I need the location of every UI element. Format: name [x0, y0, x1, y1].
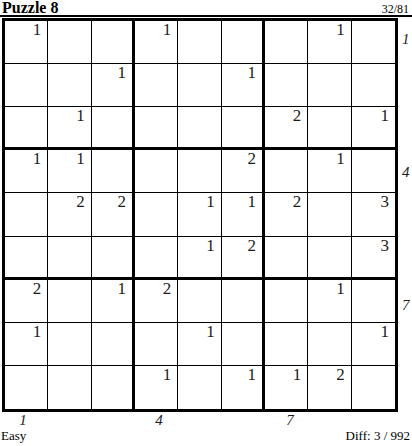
- cell-r2c6[interactable]: 1: [222, 64, 265, 107]
- cell-r3c1[interactable]: [5, 107, 48, 150]
- cell-r8c9[interactable]: 1: [352, 323, 395, 366]
- cell-digit: 2: [247, 150, 256, 167]
- col-label-1: 1: [19, 413, 27, 428]
- cell-digit: 1: [33, 323, 42, 340]
- cell-r1c6[interactable]: [222, 21, 265, 64]
- cell-digit: 2: [293, 107, 302, 124]
- cell-r1c1[interactable]: 1: [5, 21, 48, 64]
- cell-digit: 2: [163, 280, 172, 297]
- cell-r4c7[interactable]: [265, 150, 308, 193]
- cell-r5c9[interactable]: 3: [352, 193, 395, 236]
- cell-r5c5[interactable]: 1: [178, 193, 221, 236]
- difficulty-label: Easy: [1, 428, 26, 444]
- cell-r9c7[interactable]: 1: [265, 366, 308, 409]
- diff-stat: Diff: 3 / 992: [346, 428, 410, 444]
- cell-r7c9[interactable]: [352, 280, 395, 323]
- cell-r8c3[interactable]: [92, 323, 135, 366]
- cell-digit: 1: [336, 150, 345, 167]
- cell-digit: 2: [336, 366, 345, 383]
- cell-r7c4[interactable]: 2: [135, 280, 178, 323]
- cell-r6c6[interactable]: 2: [222, 237, 265, 280]
- cell-r3c8[interactable]: [308, 107, 351, 150]
- cell-digit: 1: [247, 193, 256, 210]
- cell-r8c2[interactable]: [48, 323, 91, 366]
- cell-r1c2[interactable]: [48, 21, 91, 64]
- cell-r3c9[interactable]: 1: [352, 107, 395, 150]
- cell-r9c4[interactable]: 1: [135, 366, 178, 409]
- cell-r7c7[interactable]: [265, 280, 308, 323]
- cell-r1c4[interactable]: 1: [135, 21, 178, 64]
- cell-r5c8[interactable]: [308, 193, 351, 236]
- cell-digit: 1: [380, 107, 389, 124]
- cell-r2c7[interactable]: [265, 64, 308, 107]
- cell-r7c8[interactable]: 1: [308, 280, 351, 323]
- cell-r4c3[interactable]: [92, 150, 135, 193]
- cell-r3c2[interactable]: 1: [48, 107, 91, 150]
- cell-digit: 1: [293, 366, 302, 383]
- cell-digit: 1: [336, 280, 345, 297]
- cell-r1c9[interactable]: [352, 21, 395, 64]
- cell-r8c8[interactable]: [308, 323, 351, 366]
- cell-r8c4[interactable]: [135, 323, 178, 366]
- cell-r8c6[interactable]: [222, 323, 265, 366]
- cell-r6c9[interactable]: 3: [352, 237, 395, 280]
- cell-digit: 1: [163, 21, 172, 38]
- row-label-7: 7: [402, 298, 410, 313]
- cell-r3c4[interactable]: [135, 107, 178, 150]
- col-label-7: 7: [286, 413, 294, 428]
- cell-r9c9[interactable]: [352, 366, 395, 409]
- cell-r2c5[interactable]: [178, 64, 221, 107]
- cell-digit: 1: [33, 150, 42, 167]
- cell-digit: 2: [293, 193, 302, 210]
- cell-digit: 2: [76, 193, 85, 210]
- cell-r7c5[interactable]: [178, 280, 221, 323]
- cell-r3c6[interactable]: [222, 107, 265, 150]
- cell-r5c4[interactable]: [135, 193, 178, 236]
- cell-digit: 1: [247, 64, 256, 81]
- cell-r7c1[interactable]: 2: [5, 280, 48, 323]
- cell-r1c7[interactable]: [265, 21, 308, 64]
- cell-r5c3[interactable]: 2: [92, 193, 135, 236]
- cell-r2c8[interactable]: [308, 64, 351, 107]
- cell-r8c1[interactable]: 1: [5, 323, 48, 366]
- cell-digit: 3: [380, 237, 389, 254]
- cell-digit: 1: [380, 323, 389, 340]
- cell-digit: 1: [117, 64, 126, 81]
- cell-digit: 2: [247, 237, 256, 254]
- cell-r6c8[interactable]: [308, 237, 351, 280]
- cell-digit: 2: [33, 280, 42, 297]
- cell-r5c2[interactable]: 2: [48, 193, 91, 236]
- cell-digit: 1: [206, 323, 215, 340]
- col-label-4: 4: [155, 413, 163, 428]
- cell-r5c1[interactable]: [5, 193, 48, 236]
- cell-r3c5[interactable]: [178, 107, 221, 150]
- cell-r4c2[interactable]: 1: [48, 150, 91, 193]
- cell-r9c3[interactable]: [92, 366, 135, 409]
- cell-r6c4[interactable]: [135, 237, 178, 280]
- cell-r9c6[interactable]: 1: [222, 366, 265, 409]
- cell-r1c8[interactable]: 1: [308, 21, 351, 64]
- cell-r4c6[interactable]: 2: [222, 150, 265, 193]
- cell-r6c7[interactable]: [265, 237, 308, 280]
- cell-r6c3[interactable]: [92, 237, 135, 280]
- cell-r4c8[interactable]: 1: [308, 150, 351, 193]
- cell-r1c5[interactable]: [178, 21, 221, 64]
- cell-digit: 2: [117, 193, 126, 210]
- cell-r9c1[interactable]: [5, 366, 48, 409]
- cell-r7c2[interactable]: [48, 280, 91, 323]
- cell-r5c7[interactable]: 2: [265, 193, 308, 236]
- cell-r3c7[interactable]: 2: [265, 107, 308, 150]
- cell-digit: 1: [206, 237, 215, 254]
- cell-r2c1[interactable]: [5, 64, 48, 107]
- cell-r5c6[interactable]: 1: [222, 193, 265, 236]
- cell-r9c2[interactable]: [48, 366, 91, 409]
- cell-r4c5[interactable]: [178, 150, 221, 193]
- cell-r8c5[interactable]: 1: [178, 323, 221, 366]
- cell-digit: 3: [380, 193, 389, 210]
- cell-r6c1[interactable]: [5, 237, 48, 280]
- title-rule: [0, 15, 412, 17]
- cell-digit: 1: [117, 280, 126, 297]
- cell-r7c3[interactable]: 1: [92, 280, 135, 323]
- cell-r4c4[interactable]: [135, 150, 178, 193]
- cell-r6c5[interactable]: 1: [178, 237, 221, 280]
- cell-r9c8[interactable]: 2: [308, 366, 351, 409]
- cell-r9c5[interactable]: [178, 366, 221, 409]
- cell-r3c3[interactable]: [92, 107, 135, 150]
- cell-digit: 1: [33, 21, 42, 38]
- cell-r1c3[interactable]: [92, 21, 135, 64]
- cell-digit: 1: [76, 107, 85, 124]
- cell-r8c7[interactable]: [265, 323, 308, 366]
- cell-r7c6[interactable]: [222, 280, 265, 323]
- cell-digit: 1: [206, 193, 215, 210]
- cell-r2c9[interactable]: [352, 64, 395, 107]
- cell-r2c3[interactable]: 1: [92, 64, 135, 107]
- puzzle-grid: 11111121112122112312321211111112: [2, 18, 398, 412]
- cell-r4c9[interactable]: [352, 150, 395, 193]
- cell-digit: 1: [163, 366, 172, 383]
- cell-r2c2[interactable]: [48, 64, 91, 107]
- row-label-1: 1: [402, 32, 410, 47]
- row-label-4: 4: [402, 165, 410, 180]
- cell-r6c2[interactable]: [48, 237, 91, 280]
- cell-digit: 1: [336, 21, 345, 38]
- cell-digit: 1: [247, 366, 256, 383]
- cell-r2c4[interactable]: [135, 64, 178, 107]
- cell-r4c1[interactable]: 1: [5, 150, 48, 193]
- cell-digit: 1: [76, 150, 85, 167]
